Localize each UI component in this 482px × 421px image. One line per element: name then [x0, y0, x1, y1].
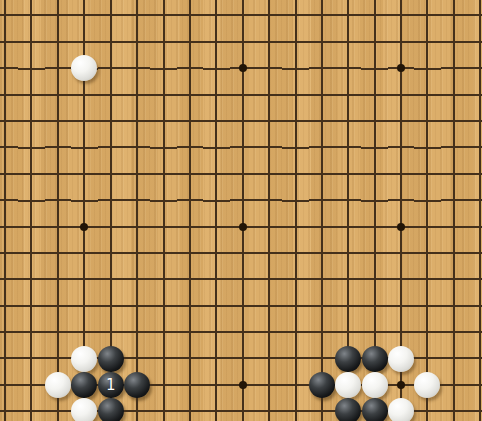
board-intersection[interactable] — [414, 214, 440, 240]
board-intersection[interactable] — [0, 345, 18, 371]
board-intersection[interactable] — [177, 82, 203, 108]
board-intersection[interactable] — [441, 319, 467, 345]
board-intersection[interactable] — [150, 2, 176, 28]
board-intersection[interactable] — [414, 161, 440, 187]
board-intersection[interactable] — [230, 293, 256, 319]
board-intersection[interactable] — [467, 240, 482, 266]
board-intersection[interactable] — [98, 345, 124, 371]
board-intersection[interactable] — [441, 293, 467, 319]
board-intersection[interactable] — [124, 345, 150, 371]
board-intersection[interactable] — [230, 82, 256, 108]
board-intersection[interactable] — [230, 240, 256, 266]
board-intersection[interactable] — [361, 293, 387, 319]
board-intersection[interactable] — [203, 372, 229, 398]
board-intersection[interactable] — [309, 319, 335, 345]
board-intersection[interactable] — [282, 108, 308, 134]
board-intersection[interactable] — [71, 134, 97, 160]
board-intersection[interactable] — [467, 345, 482, 371]
board-intersection[interactable] — [282, 55, 308, 81]
board-intersection[interactable] — [256, 266, 282, 292]
board-intersection[interactable] — [230, 134, 256, 160]
board-intersection[interactable] — [177, 55, 203, 81]
board-intersection[interactable] — [45, 108, 71, 134]
board-intersection[interactable] — [335, 134, 361, 160]
board-intersection[interactable] — [98, 319, 124, 345]
board-intersection[interactable] — [282, 82, 308, 108]
board-intersection[interactable] — [98, 161, 124, 187]
board-intersection[interactable] — [388, 266, 414, 292]
board-intersection[interactable] — [388, 293, 414, 319]
board-intersection[interactable] — [45, 240, 71, 266]
board-intersection[interactable] — [414, 29, 440, 55]
board-intersection[interactable] — [256, 108, 282, 134]
board-intersection[interactable] — [0, 372, 18, 398]
board-intersection[interactable] — [335, 345, 361, 371]
board-intersection[interactable] — [467, 214, 482, 240]
board-intersection[interactable] — [0, 293, 18, 319]
board-intersection[interactable] — [256, 29, 282, 55]
board-intersection[interactable] — [414, 319, 440, 345]
board-intersection[interactable] — [98, 240, 124, 266]
board-intersection[interactable] — [177, 187, 203, 213]
board-intersection[interactable] — [414, 266, 440, 292]
board-intersection[interactable] — [18, 293, 44, 319]
board-intersection[interactable] — [309, 398, 335, 421]
board-intersection[interactable] — [18, 2, 44, 28]
board-intersection[interactable] — [441, 266, 467, 292]
board-intersection[interactable] — [71, 319, 97, 345]
board-intersection[interactable] — [467, 319, 482, 345]
board-intersection[interactable] — [150, 82, 176, 108]
board-intersection[interactable] — [18, 134, 44, 160]
board-intersection[interactable] — [441, 398, 467, 421]
board-intersection[interactable] — [467, 2, 482, 28]
board-intersection[interactable] — [177, 240, 203, 266]
board-intersection[interactable] — [282, 345, 308, 371]
board-intersection[interactable] — [361, 345, 387, 371]
board-intersection[interactable] — [414, 82, 440, 108]
board-intersection[interactable] — [361, 187, 387, 213]
board-intersection[interactable] — [124, 134, 150, 160]
board-intersection[interactable] — [150, 293, 176, 319]
board-intersection[interactable] — [230, 108, 256, 134]
board-intersection[interactable] — [441, 55, 467, 81]
board-intersection[interactable] — [467, 266, 482, 292]
board-intersection[interactable] — [388, 214, 414, 240]
board-intersection[interactable] — [388, 134, 414, 160]
board-intersection[interactable] — [45, 55, 71, 81]
board-intersection[interactable] — [441, 2, 467, 28]
board-intersection[interactable] — [150, 108, 176, 134]
board-intersection[interactable] — [18, 82, 44, 108]
board-intersection[interactable] — [414, 240, 440, 266]
board-intersection[interactable] — [388, 240, 414, 266]
board-intersection[interactable] — [361, 372, 387, 398]
board-intersection[interactable] — [203, 55, 229, 81]
board-intersection[interactable] — [71, 345, 97, 371]
board-intersection[interactable] — [0, 134, 18, 160]
board-intersection[interactable] — [361, 214, 387, 240]
board-intersection[interactable] — [467, 108, 482, 134]
board-intersection[interactable] — [230, 266, 256, 292]
board-intersection[interactable] — [203, 187, 229, 213]
board-intersection[interactable] — [361, 319, 387, 345]
board-intersection[interactable] — [18, 266, 44, 292]
board-intersection[interactable] — [467, 398, 482, 421]
board-intersection[interactable] — [256, 345, 282, 371]
board-intersection[interactable] — [414, 293, 440, 319]
board-intersection[interactable] — [98, 214, 124, 240]
board-intersection[interactable] — [98, 293, 124, 319]
board-intersection[interactable] — [335, 108, 361, 134]
board-intersection[interactable] — [177, 108, 203, 134]
board-intersection[interactable] — [335, 82, 361, 108]
board-intersection[interactable] — [150, 345, 176, 371]
board-intersection[interactable] — [150, 398, 176, 421]
board-intersection[interactable] — [282, 293, 308, 319]
board-intersection[interactable] — [335, 240, 361, 266]
board-intersection[interactable] — [361, 398, 387, 421]
board-intersection[interactable] — [414, 108, 440, 134]
board-intersection[interactable] — [230, 55, 256, 81]
board-intersection[interactable] — [335, 293, 361, 319]
board-intersection[interactable] — [203, 29, 229, 55]
board-intersection[interactable] — [256, 82, 282, 108]
board-intersection[interactable] — [256, 214, 282, 240]
board-intersection[interactable] — [309, 82, 335, 108]
board-intersection[interactable] — [71, 372, 97, 398]
board-intersection[interactable] — [98, 29, 124, 55]
board-intersection[interactable] — [361, 82, 387, 108]
board-intersection[interactable] — [282, 187, 308, 213]
board-intersection[interactable] — [98, 134, 124, 160]
board-intersection[interactable] — [309, 187, 335, 213]
board-intersection[interactable] — [0, 214, 18, 240]
board-intersection[interactable] — [124, 319, 150, 345]
board-intersection[interactable] — [98, 2, 124, 28]
board-intersection[interactable] — [124, 55, 150, 81]
board-intersection[interactable] — [388, 398, 414, 421]
board-intersection[interactable] — [0, 108, 18, 134]
board-intersection[interactable] — [414, 134, 440, 160]
board-intersection[interactable] — [441, 345, 467, 371]
board-intersection[interactable] — [282, 134, 308, 160]
board-intersection[interactable] — [414, 372, 440, 398]
board-intersection[interactable] — [150, 214, 176, 240]
board-intersection[interactable] — [177, 293, 203, 319]
board-intersection[interactable] — [124, 29, 150, 55]
board-intersection[interactable] — [45, 187, 71, 213]
board-intersection[interactable] — [0, 266, 18, 292]
board-intersection[interactable] — [203, 2, 229, 28]
board-intersection[interactable] — [467, 134, 482, 160]
board-intersection[interactable] — [441, 82, 467, 108]
board-intersection[interactable] — [282, 161, 308, 187]
board-intersection[interactable] — [388, 29, 414, 55]
board-intersection[interactable] — [45, 161, 71, 187]
board-intersection[interactable] — [177, 266, 203, 292]
board-intersection[interactable] — [71, 29, 97, 55]
board-intersection[interactable] — [124, 108, 150, 134]
board-intersection[interactable] — [256, 187, 282, 213]
board-intersection[interactable] — [388, 82, 414, 108]
board-intersection[interactable] — [45, 319, 71, 345]
board-intersection[interactable] — [0, 55, 18, 81]
board-intersection[interactable] — [98, 187, 124, 213]
board-intersection[interactable] — [45, 134, 71, 160]
board-intersection[interactable] — [441, 187, 467, 213]
board-intersection[interactable] — [441, 161, 467, 187]
board-intersection[interactable] — [150, 266, 176, 292]
board-intersection[interactable] — [335, 2, 361, 28]
board-intersection[interactable] — [282, 319, 308, 345]
board-intersection[interactable] — [361, 108, 387, 134]
board-intersection[interactable] — [388, 108, 414, 134]
board-intersection[interactable] — [71, 108, 97, 134]
board-intersection[interactable] — [414, 345, 440, 371]
board-intersection[interactable] — [361, 134, 387, 160]
board-intersection[interactable] — [71, 240, 97, 266]
board-intersection[interactable] — [0, 161, 18, 187]
board-intersection[interactable] — [203, 108, 229, 134]
board-intersection[interactable] — [150, 161, 176, 187]
board-intersection[interactable] — [309, 108, 335, 134]
board-intersection[interactable] — [256, 2, 282, 28]
board-intersection[interactable] — [98, 398, 124, 421]
board-intersection[interactable] — [309, 293, 335, 319]
board-intersection[interactable] — [177, 134, 203, 160]
board-intersection[interactable] — [177, 214, 203, 240]
board-intersection[interactable] — [335, 398, 361, 421]
board-intersection[interactable] — [71, 82, 97, 108]
board-intersection[interactable] — [0, 398, 18, 421]
board-intersection[interactable] — [282, 398, 308, 421]
board-intersection[interactable] — [467, 55, 482, 81]
board-intersection[interactable] — [71, 398, 97, 421]
board-intersection[interactable] — [124, 266, 150, 292]
board-intersection[interactable] — [203, 240, 229, 266]
board-intersection[interactable] — [203, 82, 229, 108]
board-intersection[interactable] — [150, 372, 176, 398]
board-intersection[interactable] — [0, 29, 18, 55]
board-intersection[interactable]: 1 — [98, 372, 124, 398]
board-intersection[interactable] — [18, 214, 44, 240]
board-intersection[interactable] — [71, 2, 97, 28]
board-intersection[interactable] — [124, 161, 150, 187]
board-intersection[interactable] — [309, 29, 335, 55]
board-intersection[interactable] — [335, 372, 361, 398]
board-intersection[interactable] — [230, 29, 256, 55]
board-intersection[interactable] — [45, 398, 71, 421]
board-intersection[interactable] — [0, 240, 18, 266]
board-intersection[interactable] — [177, 319, 203, 345]
board-intersection[interactable] — [0, 319, 18, 345]
board-intersection[interactable] — [124, 398, 150, 421]
board-intersection[interactable] — [361, 161, 387, 187]
board-intersection[interactable] — [335, 29, 361, 55]
board-intersection[interactable] — [441, 29, 467, 55]
board-intersection[interactable] — [309, 134, 335, 160]
board-intersection[interactable] — [309, 345, 335, 371]
board-intersection[interactable] — [98, 82, 124, 108]
board-intersection[interactable] — [441, 134, 467, 160]
board-intersection[interactable] — [150, 55, 176, 81]
board-intersection[interactable] — [467, 187, 482, 213]
board-intersection[interactable] — [177, 345, 203, 371]
board-intersection[interactable] — [177, 398, 203, 421]
board-intersection[interactable] — [230, 187, 256, 213]
board-intersection[interactable] — [361, 29, 387, 55]
board-intersection[interactable] — [124, 293, 150, 319]
board-intersection[interactable] — [361, 2, 387, 28]
board-intersection[interactable] — [0, 2, 18, 28]
board-intersection[interactable] — [388, 372, 414, 398]
board-intersection[interactable] — [361, 266, 387, 292]
board-intersection[interactable] — [256, 319, 282, 345]
board-intersection[interactable] — [98, 108, 124, 134]
board-intersection[interactable] — [45, 372, 71, 398]
board-intersection[interactable] — [98, 55, 124, 81]
board-intersection[interactable] — [203, 345, 229, 371]
board-intersection[interactable] — [45, 82, 71, 108]
board-intersection[interactable] — [0, 187, 18, 213]
board-intersection[interactable] — [124, 187, 150, 213]
board-intersection[interactable] — [388, 319, 414, 345]
board-intersection[interactable] — [177, 161, 203, 187]
board-intersection[interactable] — [124, 240, 150, 266]
board-intersection[interactable] — [18, 398, 44, 421]
board-intersection[interactable] — [256, 398, 282, 421]
board-intersection[interactable] — [467, 29, 482, 55]
board-intersection[interactable] — [124, 372, 150, 398]
board-intersection[interactable] — [98, 266, 124, 292]
board-intersection[interactable] — [441, 240, 467, 266]
board-intersection[interactable] — [230, 2, 256, 28]
board-intersection[interactable] — [309, 372, 335, 398]
board-intersection[interactable] — [150, 319, 176, 345]
board-intersection[interactable] — [71, 293, 97, 319]
board-intersection[interactable] — [18, 161, 44, 187]
board-intersection[interactable] — [388, 187, 414, 213]
board-intersection[interactable] — [282, 2, 308, 28]
board-intersection[interactable] — [45, 214, 71, 240]
board-intersection[interactable] — [309, 2, 335, 28]
board-intersection[interactable] — [282, 266, 308, 292]
board-intersection[interactable] — [388, 345, 414, 371]
board-intersection[interactable] — [203, 319, 229, 345]
board-intersection[interactable] — [414, 398, 440, 421]
board-intersection[interactable] — [203, 214, 229, 240]
board-intersection[interactable] — [467, 293, 482, 319]
board-intersection[interactable] — [309, 266, 335, 292]
board-intersection[interactable] — [177, 29, 203, 55]
board-intersection[interactable] — [309, 161, 335, 187]
board-intersection[interactable] — [230, 345, 256, 371]
board-intersection[interactable] — [309, 214, 335, 240]
board-intersection[interactable] — [230, 161, 256, 187]
board-intersection[interactable] — [230, 398, 256, 421]
board-intersection[interactable] — [45, 345, 71, 371]
board-intersection[interactable] — [18, 240, 44, 266]
board-intersection[interactable] — [124, 214, 150, 240]
board-intersection[interactable] — [18, 372, 44, 398]
board-intersection[interactable] — [388, 55, 414, 81]
board-intersection[interactable] — [441, 214, 467, 240]
board-intersection[interactable] — [335, 55, 361, 81]
board-intersection[interactable] — [467, 82, 482, 108]
board-intersection[interactable] — [18, 55, 44, 81]
board-intersection[interactable] — [150, 29, 176, 55]
board-intersection[interactable] — [18, 187, 44, 213]
board-intersection[interactable] — [230, 372, 256, 398]
board-intersection[interactable] — [203, 398, 229, 421]
board-intersection[interactable] — [282, 29, 308, 55]
board-intersection[interactable] — [335, 187, 361, 213]
board-intersection[interactable] — [256, 161, 282, 187]
board-intersection[interactable] — [335, 161, 361, 187]
board-intersection[interactable] — [256, 293, 282, 319]
board-intersection[interactable] — [309, 240, 335, 266]
board-intersection[interactable] — [203, 134, 229, 160]
board-intersection[interactable] — [467, 372, 482, 398]
board-intersection[interactable] — [18, 108, 44, 134]
board-intersection[interactable] — [71, 161, 97, 187]
board-intersection[interactable] — [414, 2, 440, 28]
board-intersection[interactable] — [335, 266, 361, 292]
board-intersection[interactable] — [124, 2, 150, 28]
board-intersection[interactable] — [388, 161, 414, 187]
board-intersection[interactable] — [335, 214, 361, 240]
board-intersection[interactable] — [230, 319, 256, 345]
board-intersection[interactable] — [18, 345, 44, 371]
board-intersection[interactable] — [414, 55, 440, 81]
board-intersection[interactable] — [256, 134, 282, 160]
board-intersection[interactable] — [150, 240, 176, 266]
board-intersection[interactable] — [203, 293, 229, 319]
board-intersection[interactable] — [124, 82, 150, 108]
board-intersection[interactable] — [414, 187, 440, 213]
board-intersection[interactable] — [282, 214, 308, 240]
board-intersection[interactable] — [467, 161, 482, 187]
board-intersection[interactable] — [361, 55, 387, 81]
board-intersection[interactable] — [230, 214, 256, 240]
board-intersection[interactable] — [388, 2, 414, 28]
board-intersection[interactable] — [177, 2, 203, 28]
board-intersection[interactable] — [45, 266, 71, 292]
board-intersection[interactable] — [177, 372, 203, 398]
board-intersection[interactable] — [203, 266, 229, 292]
board-intersection[interactable] — [71, 55, 97, 81]
board-intersection[interactable] — [71, 266, 97, 292]
board-intersection[interactable] — [203, 161, 229, 187]
board-intersection[interactable] — [256, 240, 282, 266]
board-intersection[interactable] — [441, 372, 467, 398]
board-intersection[interactable] — [0, 82, 18, 108]
board-intersection[interactable] — [309, 55, 335, 81]
board-intersection[interactable] — [441, 108, 467, 134]
board-intersection[interactable] — [256, 372, 282, 398]
board-intersection[interactable] — [18, 29, 44, 55]
board-intersection[interactable] — [71, 187, 97, 213]
board-intersection[interactable] — [71, 214, 97, 240]
board-intersection[interactable] — [282, 372, 308, 398]
board-intersection[interactable] — [150, 187, 176, 213]
board-intersection[interactable] — [45, 293, 71, 319]
board-intersection[interactable] — [256, 55, 282, 81]
board-intersection[interactable] — [361, 240, 387, 266]
board-intersection[interactable] — [18, 319, 44, 345]
board-intersection[interactable] — [45, 2, 71, 28]
